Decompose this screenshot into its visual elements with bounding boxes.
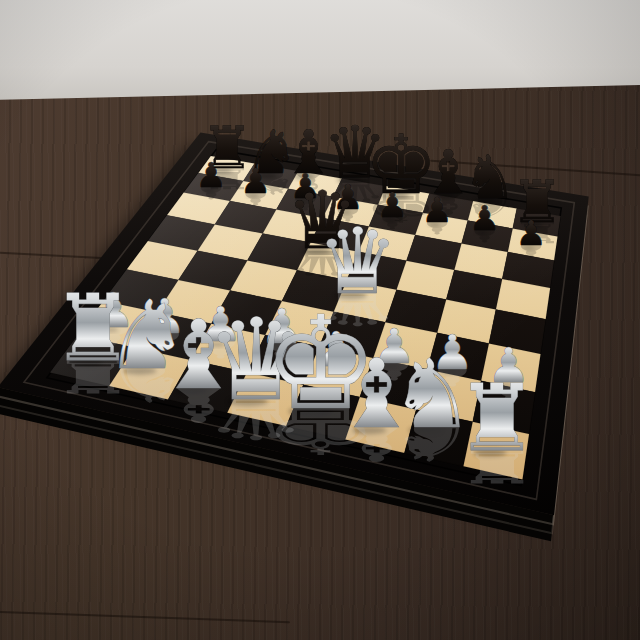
piece-black-pawn-f7[interactable]: ♟ [422, 190, 453, 230]
photo-scene: ♜♜♞♞♝♝♛♛♟♟♝♝♟♟♚♚♟♟♞♞♟♟♟♟♟♟♜♜♟♟♟♟♛♛♛♛♟♟♟♟… [0, 0, 640, 640]
piece-black-pawn-h7[interactable]: ♟ [516, 213, 547, 253]
chess-board: ♜♜♞♞♝♝♛♛♟♟♝♝♟♟♚♚♟♟♞♞♟♟♟♟♟♟♜♜♟♟♟♟♛♛♛♛♟♟♟♟… [0, 0, 640, 640]
piece-white-rook-h1[interactable]: ♜ [456, 364, 539, 472]
piece-black-pawn-b7[interactable]: ♟ [240, 161, 271, 201]
piece-black-pawn-g7[interactable]: ♟ [469, 198, 500, 238]
piece-black-pawn-a7[interactable]: ♟ [196, 155, 227, 195]
piece-white-bishop-f1[interactable]: ♝ [334, 339, 419, 449]
